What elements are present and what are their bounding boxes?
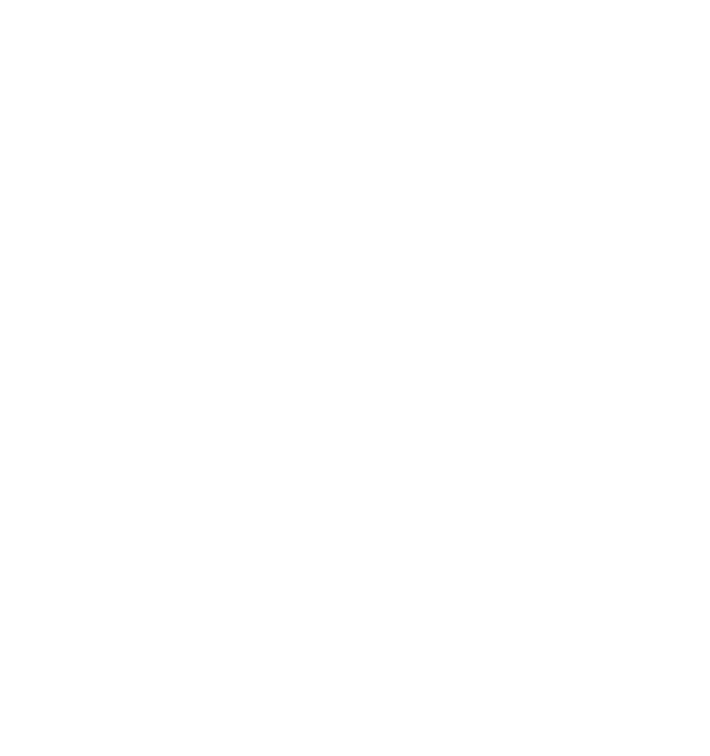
product-photo — [0, 0, 710, 756]
pegboard-scene — [0, 0, 710, 756]
